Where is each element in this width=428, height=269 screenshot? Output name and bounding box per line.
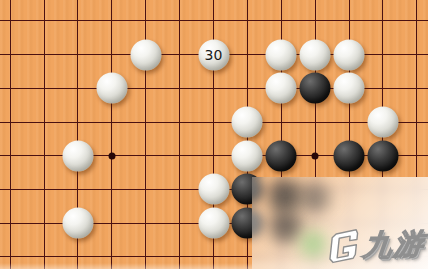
board-intersection[interactable] [95, 173, 129, 207]
9game-g-icon [325, 228, 361, 265]
board-intersection[interactable] [366, 4, 400, 38]
board-intersection[interactable] [129, 206, 163, 240]
board-intersection[interactable] [298, 38, 332, 72]
board-intersection[interactable] [129, 105, 163, 139]
board-intersection[interactable] [61, 105, 95, 139]
board-intersection[interactable] [0, 72, 27, 106]
board-intersection[interactable] [298, 72, 332, 106]
board-intersection[interactable] [197, 4, 231, 38]
white-stone [300, 39, 331, 70]
board-intersection[interactable] [95, 206, 129, 240]
board-intersection[interactable] [0, 173, 27, 207]
board-intersection[interactable] [129, 4, 163, 38]
board-intersection[interactable] [197, 105, 231, 139]
white-stone [62, 208, 93, 239]
board-intersection[interactable] [366, 105, 400, 139]
white-stone [232, 140, 263, 171]
board-intersection[interactable] [163, 206, 197, 240]
star-point [108, 152, 115, 159]
board-intersection[interactable] [27, 240, 61, 269]
board-intersection[interactable] [197, 139, 231, 173]
jiuyou-logo-text: 九游 [361, 229, 426, 260]
board-intersection[interactable] [61, 72, 95, 106]
board-intersection[interactable] [400, 4, 428, 38]
board-intersection[interactable] [27, 206, 61, 240]
board-intersection[interactable] [95, 72, 129, 106]
board-intersection[interactable] [27, 72, 61, 106]
board-intersection[interactable] [163, 240, 197, 269]
black-stone [300, 73, 331, 104]
white-stone [96, 73, 127, 104]
blurred-stone-blob [300, 183, 330, 213]
black-stone [334, 140, 365, 171]
watermark-overlay: 九游 [252, 177, 428, 269]
white-stone [232, 107, 263, 138]
star-point [312, 152, 319, 159]
move-number-label: 30 [205, 48, 223, 62]
board-intersection[interactable] [400, 105, 428, 139]
board-intersection[interactable] [366, 72, 400, 106]
board-intersection[interactable] [0, 240, 27, 269]
white-stone [198, 174, 229, 205]
board-intersection[interactable] [197, 72, 231, 106]
white-stone [198, 208, 229, 239]
board-intersection[interactable] [61, 206, 95, 240]
board-intersection[interactable] [27, 105, 61, 139]
board-intersection[interactable] [0, 105, 27, 139]
board-intersection[interactable] [163, 105, 197, 139]
board-intersection[interactable] [0, 38, 27, 72]
white-stone: 30 [198, 39, 229, 70]
blurred-green-blob [300, 231, 326, 257]
white-stone [266, 73, 297, 104]
board-intersection[interactable] [129, 240, 163, 269]
board-intersection[interactable] [95, 240, 129, 269]
board-intersection[interactable] [0, 139, 27, 173]
board-intersection[interactable] [298, 105, 332, 139]
board-intersection[interactable] [230, 72, 264, 106]
board-intersection[interactable] [95, 4, 129, 38]
board-intersection[interactable] [230, 38, 264, 72]
board-intersection[interactable] [332, 38, 366, 72]
black-stone [266, 140, 297, 171]
board-intersection[interactable] [264, 38, 298, 72]
board-intersection[interactable] [61, 173, 95, 207]
white-stone [367, 107, 398, 138]
board-intersection[interactable] [95, 38, 129, 72]
board-intersection[interactable] [95, 139, 129, 173]
board-intersection[interactable] [163, 38, 197, 72]
board-intersection[interactable] [230, 4, 264, 38]
board-intersection[interactable] [230, 139, 264, 173]
board-intersection[interactable] [264, 105, 298, 139]
board-intersection[interactable] [298, 139, 332, 173]
jiuyou-logo: 九游 [325, 225, 427, 264]
board-intersection[interactable] [95, 105, 129, 139]
blurred-stone-blob [268, 179, 302, 213]
board-intersection[interactable] [163, 173, 197, 207]
board-intersection[interactable] [129, 173, 163, 207]
board-intersection[interactable] [332, 105, 366, 139]
board-intersection[interactable] [366, 139, 400, 173]
white-stone [130, 39, 161, 70]
white-stone [334, 39, 365, 70]
board-intersection[interactable] [400, 139, 428, 173]
board-intersection[interactable] [27, 4, 61, 38]
board-intersection[interactable] [27, 38, 61, 72]
board-intersection[interactable] [264, 72, 298, 106]
board-intersection[interactable] [332, 4, 366, 38]
go-board-screenshot: 30 九游 [0, 0, 428, 269]
board-intersection[interactable] [0, 206, 27, 240]
board-intersection[interactable] [129, 72, 163, 106]
board-intersection[interactable] [298, 4, 332, 38]
board-intersection[interactable] [61, 38, 95, 72]
board-intersection[interactable] [197, 206, 231, 240]
white-stone [266, 39, 297, 70]
board-intersection[interactable] [264, 4, 298, 38]
board-intersection[interactable] [61, 4, 95, 38]
board-intersection[interactable] [400, 38, 428, 72]
board-intersection[interactable] [163, 139, 197, 173]
board-intersection[interactable] [332, 72, 366, 106]
board-intersection[interactable] [61, 240, 95, 269]
white-stone [62, 140, 93, 171]
board-intersection[interactable] [197, 240, 231, 269]
board-intersection[interactable] [400, 72, 428, 106]
board-intersection[interactable] [366, 38, 400, 72]
board-intersection[interactable] [230, 105, 264, 139]
board-intersection[interactable] [264, 139, 298, 173]
board-intersection[interactable] [27, 173, 61, 207]
board-intersection[interactable] [61, 139, 95, 173]
board-intersection[interactable] [197, 173, 231, 207]
board-intersection[interactable]: 30 [197, 38, 231, 72]
board-intersection[interactable] [163, 72, 197, 106]
black-stone [367, 140, 398, 171]
board-intersection[interactable] [27, 139, 61, 173]
board-intersection[interactable] [332, 139, 366, 173]
board-intersection[interactable] [129, 139, 163, 173]
board-intersection[interactable] [129, 38, 163, 72]
board-intersection[interactable] [0, 4, 27, 38]
blurred-stone-blob [270, 211, 302, 243]
board-intersection[interactable] [163, 4, 197, 38]
white-stone [334, 73, 365, 104]
